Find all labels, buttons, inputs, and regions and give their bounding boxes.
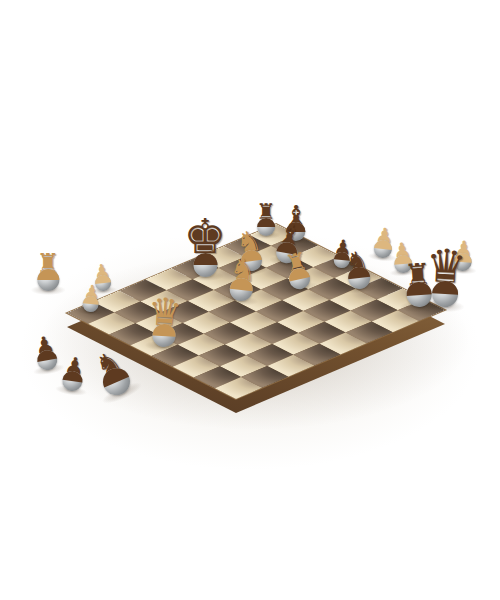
metal-ball [152, 323, 176, 347]
maple-pawn: ♟ [82, 282, 101, 312]
metal-ball [37, 269, 59, 291]
metal-ball [82, 295, 99, 312]
walnut-queen: ♛ [423, 242, 468, 308]
walnut-knight: ♞ [344, 247, 371, 290]
metal-ball [193, 253, 217, 277]
maple-rook: ♜ [283, 249, 312, 292]
metal-ball [431, 280, 458, 307]
maple-queen: ♛ [146, 292, 183, 348]
metal-ball [347, 266, 371, 290]
walnut-pawn-offboard: ♟ [33, 333, 59, 372]
pieces-layer: ♚♜♝♝♟♞♜♛♞♜♞♛♟♟♜♟♟♞♟♟♟ [0, 0, 500, 600]
product-photo-stage: ♚♜♝♝♟♞♜♛♞♜♞♛♟♟♜♟♟♞♟♟♟ [0, 0, 500, 600]
maple-pawn-offboard: ♟ [373, 224, 394, 259]
maple-knight: ♞ [227, 254, 259, 303]
walnut-king: ♚ [183, 212, 226, 277]
maple-rook-offboard: ♜ [36, 250, 59, 291]
walnut-knight-offboard: ♞ [91, 346, 135, 400]
walnut-pawn-offboard: ♟ [61, 354, 86, 392]
